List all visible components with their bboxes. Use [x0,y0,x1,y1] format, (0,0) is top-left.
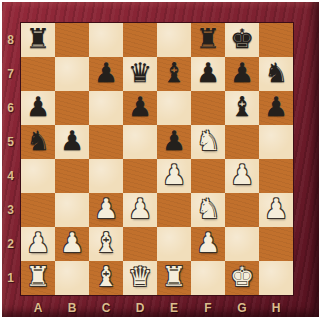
square-e6[interactable] [157,91,191,125]
square-d7[interactable]: ♛ [123,57,157,91]
square-f4[interactable] [191,159,225,193]
piece-white-bishop[interactable]: ♝ [94,260,118,294]
piece-white-bishop[interactable]: ♝ [94,226,118,260]
square-h1[interactable] [259,261,293,295]
rank-labels: 87654321 [2,23,19,295]
rank-label-6: 6 [2,91,19,125]
square-g3[interactable] [225,193,259,227]
square-f8[interactable]: ♜ [191,23,225,57]
square-g4[interactable]: ♟ [225,159,259,193]
square-h5[interactable] [259,125,293,159]
square-h3[interactable]: ♟ [259,193,293,227]
square-g2[interactable] [225,227,259,261]
square-b6[interactable] [55,91,89,125]
file-label-b: B [55,299,89,316]
square-e2[interactable] [157,227,191,261]
piece-black-pawn[interactable]: ♟ [94,56,118,90]
square-h8[interactable] [259,23,293,57]
square-c5[interactable] [89,125,123,159]
square-a7[interactable] [21,57,55,91]
piece-white-king[interactable]: ♚ [230,260,254,294]
square-h2[interactable] [259,227,293,261]
square-d3[interactable]: ♟ [123,193,157,227]
square-e3[interactable] [157,193,191,227]
piece-white-pawn[interactable]: ♟ [196,226,220,260]
square-f3[interactable]: ♞ [191,193,225,227]
square-f7[interactable]: ♟ [191,57,225,91]
square-b5[interactable]: ♟ [55,125,89,159]
square-a4[interactable] [21,159,55,193]
file-label-d: D [123,299,157,316]
piece-white-rook[interactable]: ♜ [26,260,50,294]
board: ♜♜♚♟♛♝♟♟♞♟♟♝♟♞♟♟♞♟♟♟♟♞♟♟♟♝♟♜♝♛♜♚ [20,22,294,296]
file-label-f: F [191,299,225,316]
square-g8[interactable]: ♚ [225,23,259,57]
square-c1[interactable]: ♝ [89,261,123,295]
square-a5[interactable]: ♞ [21,125,55,159]
square-e1[interactable]: ♜ [157,261,191,295]
piece-black-rook[interactable]: ♜ [196,22,220,56]
piece-black-knight[interactable]: ♞ [26,124,50,158]
file-label-a: A [21,299,55,316]
square-c3[interactable]: ♟ [89,193,123,227]
square-d6[interactable]: ♟ [123,91,157,125]
piece-white-pawn[interactable]: ♟ [26,226,50,260]
square-c2[interactable]: ♝ [89,227,123,261]
piece-white-pawn[interactable]: ♟ [162,158,186,192]
piece-black-knight[interactable]: ♞ [264,56,288,90]
piece-black-pawn[interactable]: ♟ [26,90,50,124]
rank-label-2: 2 [2,227,19,261]
square-h7[interactable]: ♞ [259,57,293,91]
piece-black-pawn[interactable]: ♟ [162,124,186,158]
rank-label-3: 3 [2,193,19,227]
square-a2[interactable]: ♟ [21,227,55,261]
square-a6[interactable]: ♟ [21,91,55,125]
piece-black-bishop[interactable]: ♝ [230,90,254,124]
square-d4[interactable] [123,159,157,193]
piece-black-pawn[interactable]: ♟ [264,90,288,124]
file-label-e: E [157,299,191,316]
square-f1[interactable] [191,261,225,295]
square-c7[interactable]: ♟ [89,57,123,91]
piece-white-pawn[interactable]: ♟ [230,158,254,192]
piece-white-queen[interactable]: ♛ [128,260,152,294]
piece-white-knight[interactable]: ♞ [196,192,220,226]
square-g1[interactable]: ♚ [225,261,259,295]
file-label-g: G [225,299,259,316]
square-b2[interactable]: ♟ [55,227,89,261]
square-a8[interactable]: ♜ [21,23,55,57]
piece-black-pawn[interactable]: ♟ [60,124,84,158]
square-c4[interactable] [89,159,123,193]
piece-white-pawn[interactable]: ♟ [264,192,288,226]
square-c8[interactable] [89,23,123,57]
square-h6[interactable]: ♟ [259,91,293,125]
piece-black-queen[interactable]: ♛ [128,56,152,90]
piece-white-pawn[interactable]: ♟ [60,226,84,260]
piece-black-pawn[interactable]: ♟ [230,56,254,90]
square-d5[interactable] [123,125,157,159]
square-b7[interactable] [55,57,89,91]
piece-black-king[interactable]: ♚ [230,22,254,56]
square-c6[interactable] [89,91,123,125]
piece-black-rook[interactable]: ♜ [26,22,50,56]
square-d2[interactable] [123,227,157,261]
piece-white-rook[interactable]: ♜ [162,260,186,294]
rank-label-8: 8 [2,23,19,57]
square-a3[interactable] [21,193,55,227]
square-b8[interactable] [55,23,89,57]
piece-black-pawn[interactable]: ♟ [128,90,152,124]
board-frame: 87654321 ♜♜♚♟♛♝♟♟♞♟♟♝♟♞♟♟♞♟♟♟♟♞♟♟♟♝♟♜♝♛♜… [2,2,319,317]
rank-label-5: 5 [2,125,19,159]
piece-black-pawn[interactable]: ♟ [196,56,220,90]
square-e5[interactable]: ♟ [157,125,191,159]
square-e8[interactable] [157,23,191,57]
file-label-h: H [259,299,293,316]
piece-white-knight[interactable]: ♞ [196,124,220,158]
rank-label-1: 1 [2,261,19,295]
square-g6[interactable]: ♝ [225,91,259,125]
square-b4[interactable] [55,159,89,193]
square-f2[interactable]: ♟ [191,227,225,261]
square-e7[interactable]: ♝ [157,57,191,91]
piece-white-pawn[interactable]: ♟ [94,192,118,226]
piece-black-bishop[interactable]: ♝ [162,56,186,90]
piece-white-pawn[interactable]: ♟ [128,192,152,226]
square-a1[interactable]: ♜ [21,261,55,295]
file-label-c: C [89,299,123,316]
square-f5[interactable]: ♞ [191,125,225,159]
rank-label-4: 4 [2,159,19,193]
chess-diagram: 87654321 ♜♜♚♟♛♝♟♟♞♟♟♝♟♞♟♟♞♟♟♟♟♞♟♟♟♝♟♜♝♛♜… [0,0,320,318]
square-g7[interactable]: ♟ [225,57,259,91]
square-f6[interactable] [191,91,225,125]
square-d8[interactable] [123,23,157,57]
rank-label-7: 7 [2,57,19,91]
square-e4[interactable]: ♟ [157,159,191,193]
square-h4[interactable] [259,159,293,193]
file-labels: ABCDEFGH [21,299,293,316]
square-g5[interactable] [225,125,259,159]
square-b3[interactable] [55,193,89,227]
square-b1[interactable] [55,261,89,295]
square-d1[interactable]: ♛ [123,261,157,295]
